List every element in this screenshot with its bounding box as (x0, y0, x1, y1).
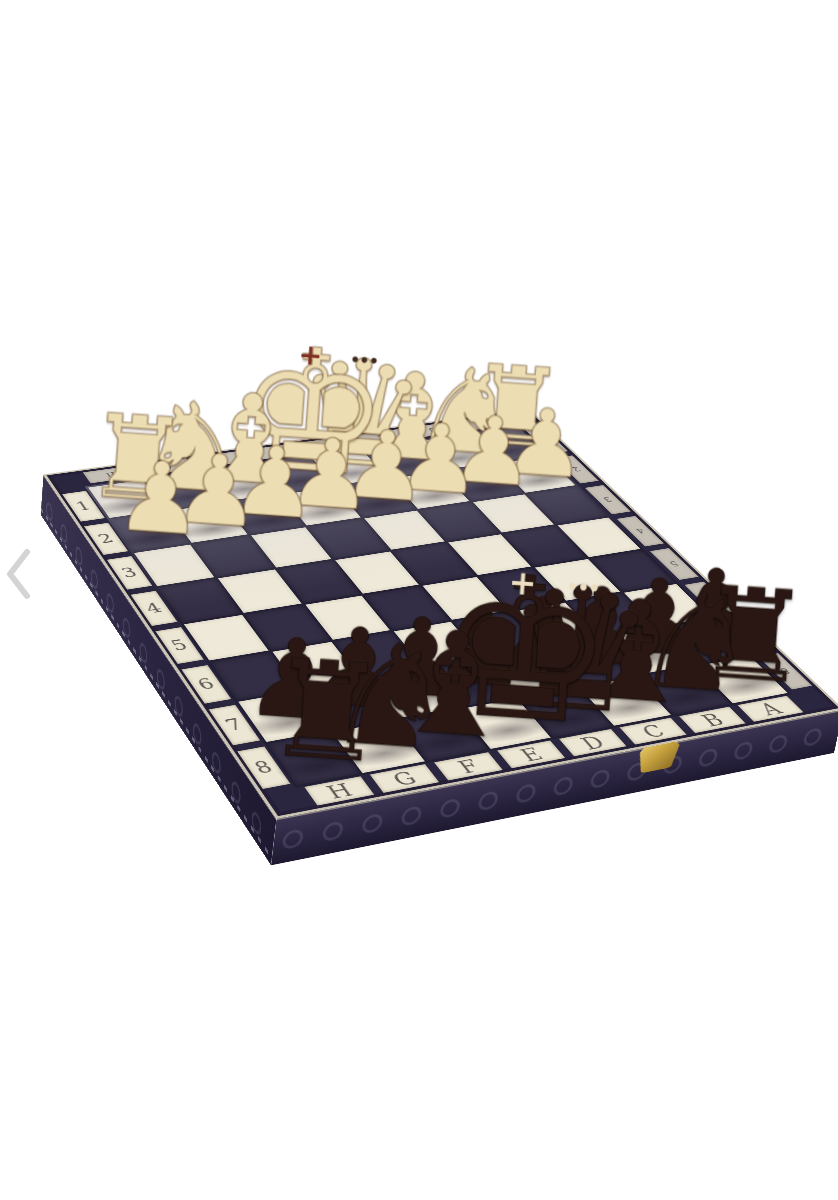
carousel-prev-button[interactable] (5, 548, 31, 600)
chevron-left-icon (5, 548, 31, 600)
product-photo[interactable]: { "scene": { "background": "#ffffff" }, … (0, 0, 838, 1200)
king-cross-finial: + (298, 339, 324, 369)
king-cross-finial: + (508, 566, 538, 601)
chess-set-photo: 12345678HGFEDCBAHGFEDCBA12345678 ♜♞♝♛•••… (0, 21, 838, 1176)
chess-board: 12345678HGFEDCBAHGFEDCBA12345678 ♜♞♝♛•••… (43, 408, 838, 819)
piece-glyph: ♜ (262, 650, 390, 773)
